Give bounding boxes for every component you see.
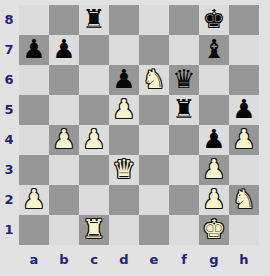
square-b2[interactable] [49, 185, 79, 215]
piece-black-pawn[interactable]: ♟ [199, 125, 229, 155]
rank-label-5: 5 [0, 95, 18, 125]
file-label-f: f [169, 248, 199, 272]
square-e1[interactable] [139, 215, 169, 245]
square-b7[interactable]: ♟ [49, 35, 79, 65]
square-e4[interactable] [139, 125, 169, 155]
square-f2[interactable] [169, 185, 199, 215]
square-b4[interactable]: ♟ [49, 125, 79, 155]
file-label-d: d [109, 248, 139, 272]
square-c2[interactable] [79, 185, 109, 215]
square-b5[interactable] [49, 95, 79, 125]
square-d8[interactable] [109, 5, 139, 35]
rank-label-3: 3 [0, 155, 18, 185]
rank-label-1: 1 [0, 215, 18, 245]
square-c8[interactable]: ♜ [79, 5, 109, 35]
square-c6[interactable] [79, 65, 109, 95]
piece-black-pawn[interactable]: ♟ [49, 35, 79, 65]
piece-white-pawn[interactable]: ♟ [109, 95, 139, 125]
square-d5[interactable]: ♟ [109, 95, 139, 125]
rank-label-2: 2 [0, 185, 18, 215]
square-h6[interactable] [229, 65, 259, 95]
square-a1[interactable] [19, 215, 49, 245]
square-a6[interactable] [19, 65, 49, 95]
piece-black-rook[interactable]: ♜ [79, 5, 109, 35]
square-d2[interactable] [109, 185, 139, 215]
square-a7[interactable]: ♟ [19, 35, 49, 65]
piece-white-rook[interactable]: ♜ [79, 215, 109, 245]
square-b3[interactable] [49, 155, 79, 185]
square-d4[interactable] [109, 125, 139, 155]
square-a3[interactable] [19, 155, 49, 185]
square-h8[interactable] [229, 5, 259, 35]
square-e7[interactable] [139, 35, 169, 65]
square-g6[interactable] [199, 65, 229, 95]
piece-white-pawn[interactable]: ♟ [49, 125, 79, 155]
piece-white-queen[interactable]: ♛ [109, 155, 139, 185]
square-a5[interactable] [19, 95, 49, 125]
file-label-h: h [229, 248, 259, 272]
square-c5[interactable] [79, 95, 109, 125]
piece-black-rook[interactable]: ♜ [169, 95, 199, 125]
piece-black-bishop[interactable]: ♝ [199, 35, 229, 65]
file-label-b: b [49, 248, 79, 272]
rank-label-6: 6 [0, 65, 18, 95]
piece-white-pawn[interactable]: ♟ [199, 155, 229, 185]
piece-white-pawn[interactable]: ♟ [229, 125, 259, 155]
square-g8[interactable]: ♚ [199, 5, 229, 35]
square-g7[interactable]: ♝ [199, 35, 229, 65]
square-g5[interactable] [199, 95, 229, 125]
square-a8[interactable] [19, 5, 49, 35]
square-c3[interactable] [79, 155, 109, 185]
square-f5[interactable]: ♜ [169, 95, 199, 125]
square-g1[interactable]: ♚ [199, 215, 229, 245]
square-c1[interactable]: ♜ [79, 215, 109, 245]
square-b8[interactable] [49, 5, 79, 35]
square-e8[interactable] [139, 5, 169, 35]
rank-label-8: 8 [0, 5, 18, 35]
chess-diagram: ♜♚♟♟♝♟♞♛♟♜♟♟♟♟♟♛♟♟♟♞♜♚ 87654321abcdefgh [0, 0, 270, 276]
square-h7[interactable] [229, 35, 259, 65]
square-f8[interactable] [169, 5, 199, 35]
file-label-a: a [19, 248, 49, 272]
piece-black-king[interactable]: ♚ [199, 5, 229, 35]
square-e5[interactable] [139, 95, 169, 125]
file-label-c: c [79, 248, 109, 272]
rank-label-4: 4 [0, 125, 18, 155]
square-f6[interactable]: ♛ [169, 65, 199, 95]
piece-white-pawn[interactable]: ♟ [19, 185, 49, 215]
square-a2[interactable]: ♟ [19, 185, 49, 215]
file-label-e: e [139, 248, 169, 272]
square-f4[interactable] [169, 125, 199, 155]
square-f1[interactable] [169, 215, 199, 245]
square-e3[interactable] [139, 155, 169, 185]
square-h3[interactable] [229, 155, 259, 185]
square-b1[interactable] [49, 215, 79, 245]
square-g2[interactable]: ♟ [199, 185, 229, 215]
square-b6[interactable] [49, 65, 79, 95]
square-h4[interactable]: ♟ [229, 125, 259, 155]
piece-black-pawn[interactable]: ♟ [109, 65, 139, 95]
piece-black-queen[interactable]: ♛ [169, 65, 199, 95]
piece-white-pawn[interactable]: ♟ [79, 125, 109, 155]
piece-white-knight[interactable]: ♞ [139, 65, 169, 95]
piece-white-pawn[interactable]: ♟ [199, 185, 229, 215]
square-e2[interactable] [139, 185, 169, 215]
square-h5[interactable]: ♟ [229, 95, 259, 125]
square-a4[interactable] [19, 125, 49, 155]
piece-black-pawn[interactable]: ♟ [229, 95, 259, 125]
file-label-g: g [199, 248, 229, 272]
square-c7[interactable] [79, 35, 109, 65]
piece-white-king[interactable]: ♚ [199, 215, 229, 245]
chess-board: ♜♚♟♟♝♟♞♛♟♜♟♟♟♟♟♛♟♟♟♞♜♚ [19, 5, 259, 245]
square-c4[interactable]: ♟ [79, 125, 109, 155]
square-h1[interactable] [229, 215, 259, 245]
piece-black-pawn[interactable]: ♟ [19, 35, 49, 65]
square-d7[interactable] [109, 35, 139, 65]
rank-label-7: 7 [0, 35, 18, 65]
square-f3[interactable] [169, 155, 199, 185]
square-h2[interactable]: ♞ [229, 185, 259, 215]
square-d1[interactable] [109, 215, 139, 245]
square-g4[interactable]: ♟ [199, 125, 229, 155]
square-e6[interactable]: ♞ [139, 65, 169, 95]
piece-white-knight[interactable]: ♞ [229, 185, 259, 215]
square-d3[interactable]: ♛ [109, 155, 139, 185]
square-d6[interactable]: ♟ [109, 65, 139, 95]
square-g3[interactable]: ♟ [199, 155, 229, 185]
square-f7[interactable] [169, 35, 199, 65]
